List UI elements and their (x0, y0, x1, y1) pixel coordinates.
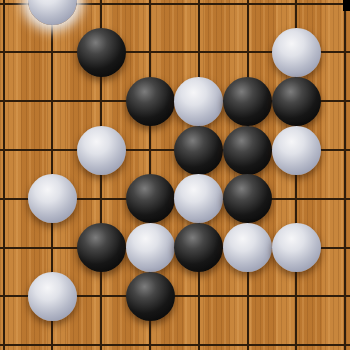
black-stone[interactable]: ● (77, 28, 126, 77)
white-stone[interactable]: ○ (272, 28, 321, 77)
white-stone[interactable]: ○ (28, 0, 77, 25)
black-stone[interactable]: ● (126, 272, 175, 321)
corner-artifact (343, 0, 350, 11)
white-stone[interactable]: ○ (272, 126, 321, 175)
white-stone[interactable]: ○ (174, 77, 223, 126)
go-board[interactable]: ○●○●○●●○●●○○●○●●○●○○○● (0, 0, 350, 350)
white-stone[interactable]: ○ (28, 174, 77, 223)
white-stone[interactable]: ○ (223, 223, 272, 272)
black-stone[interactable]: ● (126, 77, 175, 126)
white-stone[interactable]: ○ (272, 223, 321, 272)
black-stone[interactable]: ● (223, 77, 272, 126)
black-stone[interactable]: ● (77, 223, 126, 272)
white-stone[interactable]: ○ (126, 223, 175, 272)
black-stone[interactable]: ● (174, 126, 223, 175)
white-stone[interactable]: ○ (77, 126, 126, 175)
white-stone[interactable]: ○ (174, 174, 223, 223)
black-stone[interactable]: ● (174, 223, 223, 272)
black-stone[interactable]: ● (272, 77, 321, 126)
black-stone[interactable]: ● (126, 174, 175, 223)
black-stone[interactable]: ● (223, 126, 272, 175)
white-stone[interactable]: ○ (28, 272, 77, 321)
black-stone[interactable]: ● (223, 174, 272, 223)
stones-layer: ○●○●○●●○●●○○●○●●○●○○○● (0, 0, 350, 350)
